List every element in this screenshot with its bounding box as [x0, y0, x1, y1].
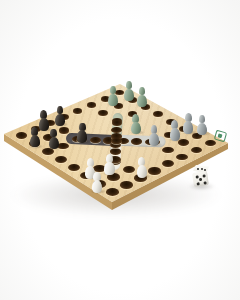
- peg-body: [49, 137, 59, 150]
- peg-white-2[interactable]: [104, 154, 115, 174]
- peg-body: [149, 133, 159, 146]
- peg-black-5[interactable]: [77, 123, 87, 143]
- peg-body: [77, 130, 87, 143]
- peg-head: [57, 106, 64, 115]
- peg-green-1[interactable]: [108, 86, 118, 105]
- peg-green-2[interactable]: [124, 81, 134, 100]
- peg-green-3[interactable]: [137, 87, 147, 106]
- peg-grey-2[interactable]: [183, 113, 193, 133]
- peg-body: [197, 123, 207, 136]
- peg-black-4[interactable]: [49, 129, 59, 149]
- pegs-layer: [0, 0, 240, 300]
- peg-black-1[interactable]: [39, 110, 49, 130]
- peg-body: [39, 118, 49, 131]
- die-pip: [201, 168, 203, 170]
- peg-grey-3[interactable]: [197, 115, 207, 135]
- peg-body: [108, 94, 118, 106]
- die-pip: [203, 173, 206, 176]
- peg-body: [137, 95, 147, 107]
- peg-head: [199, 115, 206, 124]
- peg-body: [92, 180, 103, 193]
- die-pip: [204, 180, 207, 183]
- die-front-face: [192, 171, 209, 187]
- die-pip: [199, 177, 202, 180]
- peg-body: [183, 121, 193, 134]
- peg-white-3[interactable]: [92, 172, 103, 192]
- peg-body: [170, 128, 180, 141]
- peg-grey-4[interactable]: [149, 125, 159, 145]
- peg-black-3[interactable]: [30, 127, 40, 147]
- peg-white-4[interactable]: [137, 157, 148, 177]
- peg-body: [131, 122, 141, 135]
- peg-body: [104, 162, 115, 175]
- die[interactable]: [190, 164, 214, 190]
- die-pip: [195, 174, 198, 177]
- peg-grey-1[interactable]: [170, 120, 180, 140]
- peg-body: [124, 89, 134, 101]
- peg-body: [137, 165, 148, 178]
- peg-black-2[interactable]: [55, 106, 65, 126]
- peg-body: [55, 114, 65, 127]
- product-photo-scene: [0, 0, 240, 300]
- peg-body: [30, 135, 40, 148]
- peg-green-4[interactable]: [131, 114, 141, 134]
- die-pip: [196, 181, 199, 184]
- die-pip: [197, 168, 199, 170]
